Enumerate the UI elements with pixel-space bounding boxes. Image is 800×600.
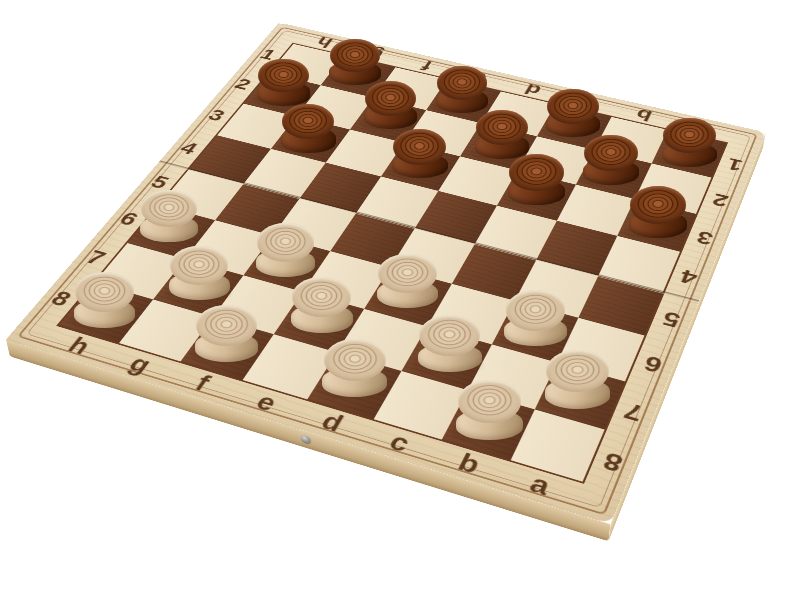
light-checker-f6[interactable]	[256, 223, 316, 277]
light-checker-f8[interactable]	[195, 305, 258, 362]
piece-top	[324, 339, 386, 381]
dark-checker-b2[interactable]	[583, 135, 639, 185]
dark-checker-g1[interactable]	[329, 39, 380, 85]
rank-label-right-3: 3	[680, 214, 730, 261]
light-checker-d6[interactable]	[377, 254, 438, 309]
piece-top	[437, 66, 487, 100]
piece-top	[663, 118, 716, 153]
board-photo: 11hh22gg33ff44ee55dd66cc77bb88aa	[0, 0, 800, 600]
piece-top	[378, 254, 436, 293]
dark-checker-g3[interactable]	[281, 104, 335, 153]
light-checker-b6[interactable]	[504, 290, 566, 346]
piece-top	[330, 39, 379, 72]
piece-top	[547, 89, 598, 124]
piece-top	[196, 305, 257, 346]
dark-checker-h2[interactable]	[257, 59, 309, 106]
piece-top	[546, 350, 609, 392]
dark-checker-d2[interactable]	[475, 110, 530, 159]
light-checker-a7[interactable]	[545, 350, 610, 409]
dark-checker-c3[interactable]	[508, 154, 565, 205]
piece-top	[509, 154, 563, 191]
latch-pin-icon	[301, 434, 311, 444]
dark-checker-a3[interactable]	[629, 186, 687, 238]
piece-top	[584, 135, 637, 171]
piece-top	[75, 272, 134, 312]
piece-top	[365, 81, 416, 116]
light-checker-b8[interactable]	[456, 380, 523, 440]
light-checker-g7[interactable]	[169, 246, 230, 301]
piece-top	[630, 186, 686, 224]
dark-checker-e3[interactable]	[392, 129, 447, 179]
piece-top	[476, 110, 528, 145]
piece-top	[257, 223, 314, 262]
light-checker-h8[interactable]	[74, 272, 136, 328]
dark-checker-e1[interactable]	[436, 66, 489, 113]
light-checker-d8[interactable]	[322, 339, 387, 397]
piece-top	[258, 59, 308, 93]
piece-top	[506, 290, 566, 330]
piece-top	[393, 129, 446, 165]
light-checker-h6[interactable]	[140, 190, 198, 242]
light-checker-e7[interactable]	[291, 277, 353, 333]
dark-checker-f2[interactable]	[364, 81, 417, 129]
light-checker-c7[interactable]	[418, 315, 482, 372]
dark-checker-c1[interactable]	[546, 89, 600, 137]
piece-top	[141, 190, 197, 228]
dark-checker-a1[interactable]	[662, 118, 717, 167]
